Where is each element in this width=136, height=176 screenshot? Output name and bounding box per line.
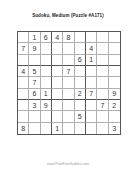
cell-r6c7-given: 7: [86, 89, 97, 100]
cell-r9c3-empty: [41, 123, 52, 134]
cell-r8c9-empty: [109, 111, 120, 122]
cell-r5c3-empty: [41, 77, 52, 88]
cell-r8c5-empty: [63, 111, 74, 122]
cell-r7c6-empty: [75, 100, 86, 111]
cell-r3c9-empty: [109, 55, 120, 66]
cell-r1c7-empty: [86, 32, 97, 43]
cell-r6c3-given: 1: [41, 89, 52, 100]
cell-r3c5-empty: [63, 55, 74, 66]
puzzle-title: Sudoku, Medium (Puzzle #A171): [0, 13, 136, 18]
sudoku-board: 16487946145776127939725813: [17, 31, 121, 135]
cell-r4c3-empty: [41, 66, 52, 77]
cell-r9c2-empty: [29, 123, 40, 134]
cell-r7c3-given: 9: [41, 100, 52, 111]
cell-r2c1-given: 7: [18, 43, 29, 54]
cell-r6c9-given: 9: [109, 89, 120, 100]
cell-r4c7-empty: [86, 66, 97, 77]
cell-r3c6-given: 6: [75, 55, 86, 66]
cell-r2c2-given: 9: [29, 43, 40, 54]
cell-r4c6-empty: [75, 66, 86, 77]
cell-r8c4-empty: [52, 111, 63, 122]
cell-r9c4-given: 1: [52, 123, 63, 134]
cell-r6c5-empty: [63, 89, 74, 100]
cell-r3c8-empty: [97, 55, 108, 66]
cell-r4c8-empty: [97, 66, 108, 77]
cell-r2c3-empty: [41, 43, 52, 54]
cell-r5c8-empty: [97, 77, 108, 88]
cell-r3c2-empty: [29, 55, 40, 66]
cell-r9c5-empty: [63, 123, 74, 134]
cell-r8c1-empty: [18, 111, 29, 122]
cell-r5c6-empty: [75, 77, 86, 88]
cell-r6c8-empty: [97, 89, 108, 100]
cell-r2c6-empty: [75, 43, 86, 54]
cell-r2c9-empty: [109, 43, 120, 54]
cell-r7c1-empty: [18, 100, 29, 111]
cell-r7c2-given: 3: [29, 100, 40, 111]
cell-r4c4-empty: [52, 66, 63, 77]
cell-r4c1-given: 4: [18, 66, 29, 77]
cell-r8c6-given: 5: [75, 111, 86, 122]
cell-r1c3-given: 6: [41, 32, 52, 43]
cell-r3c4-empty: [52, 55, 63, 66]
cell-r4c5-given: 7: [63, 66, 74, 77]
cell-r1c2-given: 1: [29, 32, 40, 43]
cell-r9c8-empty: [97, 123, 108, 134]
cell-r1c1-empty: [18, 32, 29, 43]
cell-r5c1-empty: [18, 77, 29, 88]
cell-r7c4-empty: [52, 100, 63, 111]
cell-r6c1-empty: [18, 89, 29, 100]
cell-r8c8-empty: [97, 111, 108, 122]
cell-r3c1-empty: [18, 55, 29, 66]
cell-r2c8-empty: [97, 43, 108, 54]
cell-r8c2-empty: [29, 111, 40, 122]
cell-r8c7-empty: [86, 111, 97, 122]
cell-r1c8-empty: [97, 32, 108, 43]
cell-r9c1-given: 8: [18, 123, 29, 134]
cell-r8c3-empty: [41, 111, 52, 122]
cell-r1c5-given: 8: [63, 32, 74, 43]
cell-r7c8-given: 7: [97, 100, 108, 111]
cell-r6c6-given: 2: [75, 89, 86, 100]
cell-r7c7-empty: [86, 100, 97, 111]
sudoku-page: Sudoku, Medium (Puzzle #A171) 1648794614…: [0, 0, 136, 176]
cell-r5c4-empty: [52, 77, 63, 88]
cell-r7c9-given: 2: [109, 100, 120, 111]
cell-r5c7-empty: [86, 77, 97, 88]
cell-r1c4-given: 4: [52, 32, 63, 43]
cell-r7c5-empty: [63, 100, 74, 111]
cell-r1c6-empty: [75, 32, 86, 43]
source-url: www.PrintFreeSudoku.com: [0, 162, 136, 166]
cell-r4c9-empty: [109, 66, 120, 77]
cell-r2c5-empty: [63, 43, 74, 54]
cell-r9c7-empty: [86, 123, 97, 134]
cell-r6c4-empty: [52, 89, 63, 100]
cell-r9c6-empty: [75, 123, 86, 134]
cell-r6c2-given: 6: [29, 89, 40, 100]
cell-r2c4-empty: [52, 43, 63, 54]
cell-r3c3-empty: [41, 55, 52, 66]
cell-r3c7-given: 1: [86, 55, 97, 66]
cell-r5c2-given: 7: [29, 77, 40, 88]
cell-r4c2-given: 5: [29, 66, 40, 77]
cell-r5c5-empty: [63, 77, 74, 88]
cell-r1c9-empty: [109, 32, 120, 43]
cell-r2c7-given: 4: [86, 43, 97, 54]
cell-r9c9-given: 3: [109, 123, 120, 134]
cell-r5c9-empty: [109, 77, 120, 88]
